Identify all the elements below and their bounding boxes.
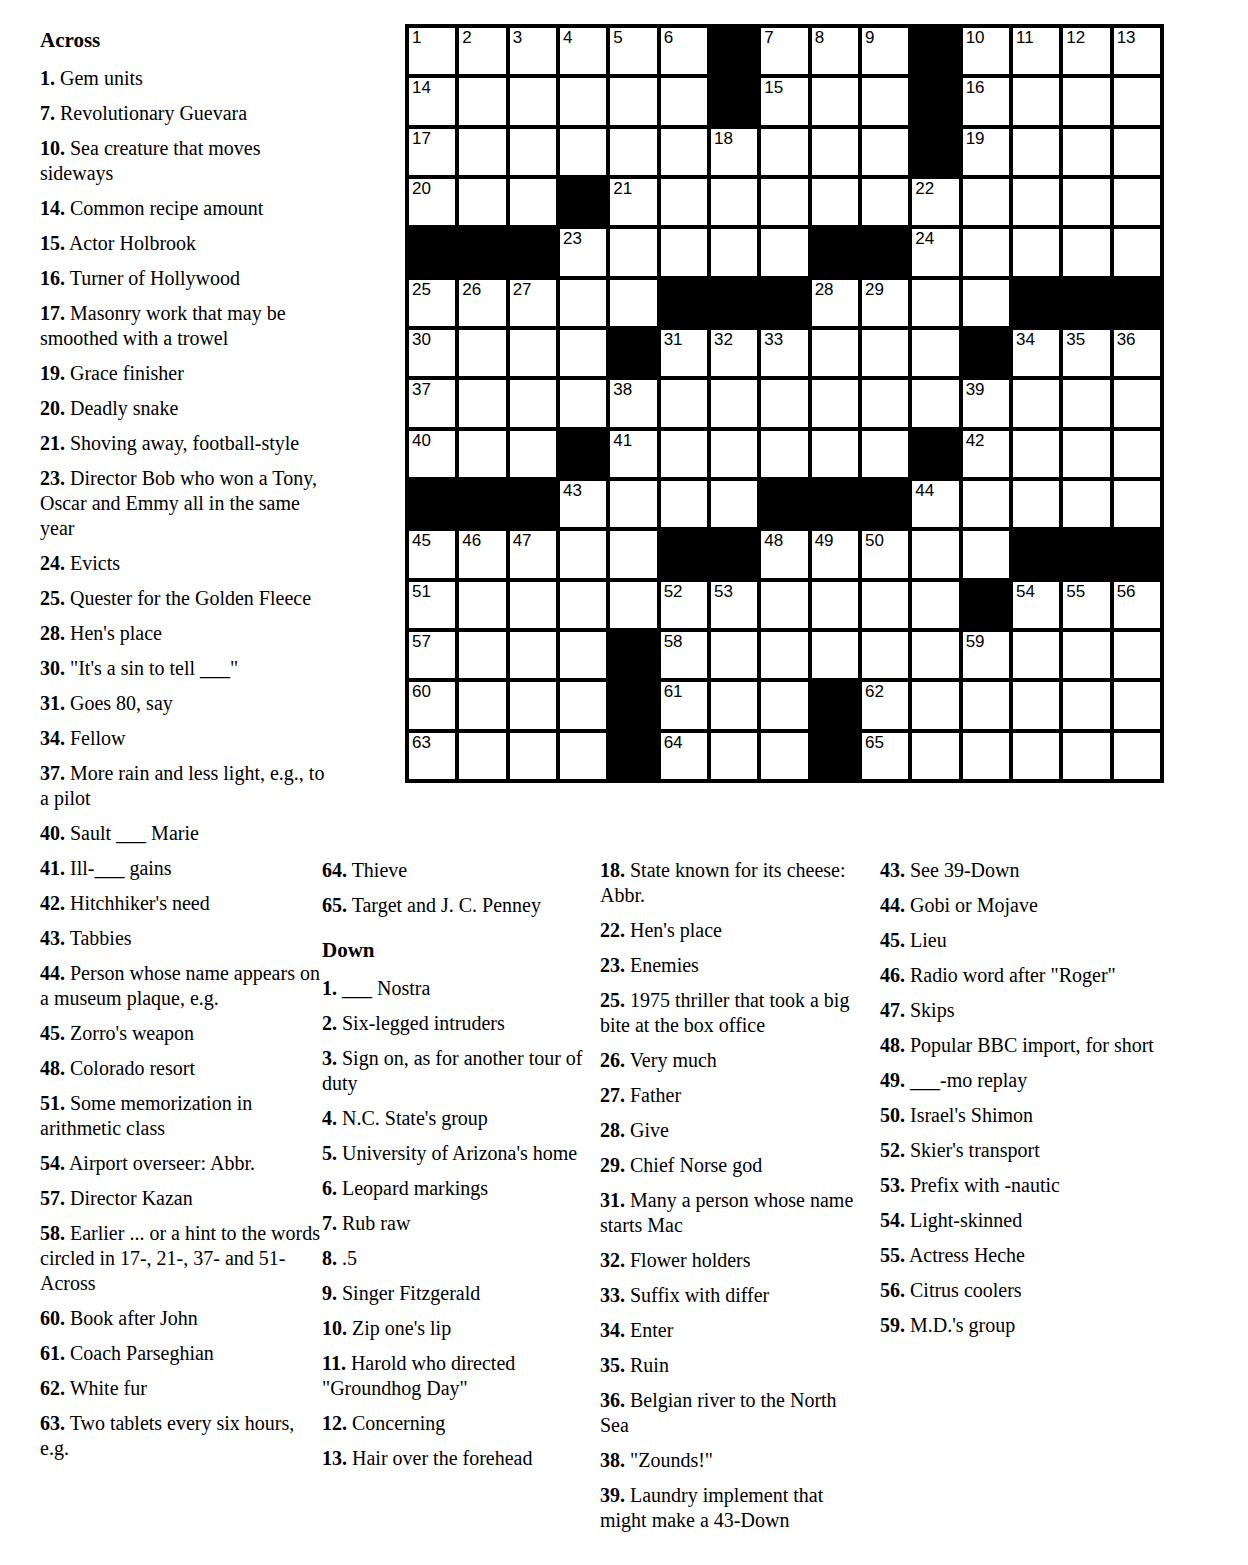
clue-down-45: 45. Lieu	[880, 928, 1154, 953]
grid-cell[interactable]	[610, 531, 656, 577]
grid-cell[interactable]	[963, 229, 1009, 275]
grid-cell[interactable]	[1013, 481, 1059, 527]
grid-cell[interactable]	[761, 582, 807, 628]
grid-cell[interactable]: 9	[862, 28, 908, 74]
grid-cell[interactable]	[912, 682, 958, 728]
cell-number: 55	[1066, 582, 1085, 602]
grid-cell[interactable]	[761, 380, 807, 426]
grid-cell[interactable]: 53	[711, 582, 757, 628]
clue-down-43: 43. See 39-Down	[880, 858, 1154, 883]
grid-cell[interactable]: 18	[711, 129, 757, 175]
cell-number: 13	[1117, 28, 1136, 48]
grid-cell[interactable]	[510, 78, 556, 124]
cell-number: 41	[613, 431, 632, 451]
cell-number: 37	[412, 380, 431, 400]
grid-cell[interactable]: 17	[409, 129, 455, 175]
grid-cell[interactable]	[1114, 733, 1160, 779]
clue-across-40: 40. Sault ___ Marie	[40, 821, 328, 846]
grid-cell[interactable]	[1013, 632, 1059, 678]
cell-number: 21	[613, 179, 632, 199]
grid-cell[interactable]	[1114, 380, 1160, 426]
grid-cell[interactable]: 49	[812, 531, 858, 577]
grid-cell[interactable]	[1063, 78, 1109, 124]
cell-number: 59	[966, 632, 985, 652]
cell-number: 64	[664, 733, 683, 753]
grid-cell[interactable]: 64	[661, 733, 707, 779]
grid-cell[interactable]	[963, 179, 1009, 225]
grid-cell[interactable]	[1013, 78, 1059, 124]
grid-cell[interactable]	[1114, 129, 1160, 175]
grid-cell[interactable]	[661, 481, 707, 527]
grid-cell[interactable]: 55	[1063, 582, 1109, 628]
grid-cell[interactable]: 16	[963, 78, 1009, 124]
clue-down-28: 28. Give	[600, 1118, 870, 1143]
grid-cell[interactable]	[661, 129, 707, 175]
grid-cell[interactable]	[1114, 179, 1160, 225]
grid-cell[interactable]: 21	[610, 179, 656, 225]
grid-cell[interactable]: 43	[560, 481, 606, 527]
grid-cell[interactable]: 4	[560, 28, 606, 74]
grid-cell[interactable]	[912, 531, 958, 577]
grid-cell[interactable]	[812, 582, 858, 628]
clue-across-28: 28. Hen's place	[40, 621, 328, 646]
grid-cell[interactable]	[610, 129, 656, 175]
grid-cell[interactable]: 1	[409, 28, 455, 74]
cell-number: 32	[714, 330, 733, 350]
black-cell	[711, 280, 757, 326]
grid-cell[interactable]: 45	[409, 531, 455, 577]
black-cell	[610, 733, 656, 779]
grid-cell[interactable]: 35	[1063, 330, 1109, 376]
grid-cell[interactable]	[963, 280, 1009, 326]
grid-cell[interactable]: 12	[1063, 28, 1109, 74]
black-cell	[1013, 280, 1059, 326]
grid-cell[interactable]: 2	[459, 28, 505, 74]
grid-cell[interactable]: 40	[409, 431, 455, 477]
grid-cell[interactable]	[510, 632, 556, 678]
grid-cell[interactable]: 62	[862, 682, 908, 728]
grid-cell[interactable]	[1114, 682, 1160, 728]
grid-cell[interactable]	[661, 431, 707, 477]
grid-cell[interactable]	[1114, 481, 1160, 527]
grid-cell[interactable]	[661, 179, 707, 225]
clue-down-54: 54. Light-skinned	[880, 1208, 1154, 1233]
cell-number: 49	[815, 531, 834, 551]
grid-cell[interactable]	[812, 330, 858, 376]
grid-cell[interactable]	[459, 129, 505, 175]
grid-cell[interactable]	[510, 129, 556, 175]
grid-cell[interactable]: 52	[661, 582, 707, 628]
cell-number: 18	[714, 129, 733, 149]
grid-cell[interactable]	[1063, 179, 1109, 225]
clue-down-7: 7. Rub raw	[322, 1211, 590, 1236]
grid-cell[interactable]	[1114, 431, 1160, 477]
clue-across-14: 14. Common recipe amount	[40, 196, 328, 221]
clue-across-41: 41. Ill-___ gains	[40, 856, 328, 881]
grid-cell[interactable]: 11	[1013, 28, 1059, 74]
cell-number: 12	[1066, 28, 1085, 48]
grid-cell[interactable]	[560, 78, 606, 124]
cell-number: 16	[966, 78, 985, 98]
cell-number: 26	[462, 280, 481, 300]
cell-number: 36	[1117, 330, 1136, 350]
cell-number: 52	[664, 582, 683, 602]
grid-cell[interactable]	[510, 380, 556, 426]
clue-across-34: 34. Fellow	[40, 726, 328, 751]
cell-number: 8	[815, 28, 824, 48]
grid-cell[interactable]	[711, 682, 757, 728]
grid-cell[interactable]	[912, 330, 958, 376]
grid-cell[interactable]	[812, 78, 858, 124]
cell-number: 29	[865, 280, 884, 300]
clue-down-2: 2. Six-legged intruders	[322, 1011, 590, 1036]
cell-number: 53	[714, 582, 733, 602]
grid-cell[interactable]: 58	[661, 632, 707, 678]
grid-cell[interactable]: 5	[610, 28, 656, 74]
clue-down-23: 23. Enemies	[600, 953, 870, 978]
grid-cell[interactable]	[1013, 431, 1059, 477]
grid-cell[interactable]: 60	[409, 682, 455, 728]
clue-down-44: 44. Gobi or Mojave	[880, 893, 1154, 918]
black-cell	[661, 531, 707, 577]
grid-cell[interactable]: 51	[409, 582, 455, 628]
grid-cell[interactable]: 29	[862, 280, 908, 326]
grid-cell[interactable]	[459, 582, 505, 628]
clue-across-44: 44. Person whose name appears on a museu…	[40, 961, 328, 1011]
clue-across-62: 62. White fur	[40, 1376, 328, 1401]
grid-cell[interactable]: 31	[661, 330, 707, 376]
cell-number: 23	[563, 229, 582, 249]
grid-cell[interactable]	[1063, 229, 1109, 275]
grid-cell[interactable]	[459, 179, 505, 225]
grid-cell[interactable]	[862, 431, 908, 477]
grid-cell[interactable]	[963, 531, 1009, 577]
clue-across-64: 64. Thieve	[322, 858, 590, 883]
cell-number: 42	[966, 431, 985, 451]
clue-down-10: 10. Zip one's lip	[322, 1316, 590, 1341]
grid-cell[interactable]: 61	[661, 682, 707, 728]
grid-cell[interactable]	[1063, 380, 1109, 426]
grid-cell[interactable]: 20	[409, 179, 455, 225]
grid-cell[interactable]: 28	[812, 280, 858, 326]
grid-cell[interactable]	[1114, 78, 1160, 124]
grid-cell[interactable]: 41	[610, 431, 656, 477]
grid-cell[interactable]	[510, 682, 556, 728]
grid-cell[interactable]	[510, 431, 556, 477]
grid-cell[interactable]: 44	[912, 481, 958, 527]
grid-cell[interactable]: 33	[761, 330, 807, 376]
grid-cell[interactable]: 30	[409, 330, 455, 376]
grid-cell[interactable]: 32	[711, 330, 757, 376]
grid-cell[interactable]	[761, 733, 807, 779]
grid-cell[interactable]	[459, 682, 505, 728]
grid-cell[interactable]	[1013, 179, 1059, 225]
clue-down-55: 55. Actress Heche	[880, 1243, 1154, 1268]
grid-cell[interactable]	[711, 481, 757, 527]
grid-cell[interactable]: 15	[761, 78, 807, 124]
grid-cell[interactable]	[459, 78, 505, 124]
clue-down-4: 4. N.C. State's group	[322, 1106, 590, 1131]
cell-number: 31	[664, 330, 683, 350]
cell-number: 63	[412, 733, 431, 753]
clue-across-42: 42. Hitchhiker's need	[40, 891, 328, 916]
grid-cell[interactable]	[912, 582, 958, 628]
grid-cell[interactable]: 63	[409, 733, 455, 779]
cell-number: 43	[563, 481, 582, 501]
clue-across-25: 25. Quester for the Golden Fleece	[40, 586, 328, 611]
grid-cell[interactable]	[1114, 229, 1160, 275]
grid-cell[interactable]	[610, 280, 656, 326]
grid-cell[interactable]	[1063, 632, 1109, 678]
clue-down-6: 6. Leopard markings	[322, 1176, 590, 1201]
grid-cell[interactable]	[711, 733, 757, 779]
clue-down-52: 52. Skier's transport	[880, 1138, 1154, 1163]
grid-cell[interactable]	[560, 380, 606, 426]
black-cell	[1063, 280, 1109, 326]
grid-cell[interactable]	[862, 632, 908, 678]
grid-cell[interactable]	[812, 632, 858, 678]
clue-down-11: 11. Harold who directed "Groundhog Day"	[322, 1351, 590, 1401]
cell-number: 6	[664, 28, 673, 48]
grid-cell[interactable]	[1063, 129, 1109, 175]
black-cell	[761, 280, 807, 326]
clue-down-1: 1. ___ Nostra	[322, 976, 590, 1001]
grid-cell[interactable]	[862, 582, 908, 628]
grid-cell[interactable]	[862, 129, 908, 175]
clue-across-1: 1. Gem units	[40, 66, 328, 91]
clue-across-23: 23. Director Bob who won a Tony, Oscar a…	[40, 466, 328, 541]
cell-number: 2	[462, 28, 471, 48]
clue-across-19: 19. Grace finisher	[40, 361, 328, 386]
grid-cell[interactable]: 36	[1114, 330, 1160, 376]
grid-cell[interactable]	[812, 179, 858, 225]
grid-cell[interactable]	[510, 330, 556, 376]
cell-number: 38	[613, 380, 632, 400]
clue-down-9: 9. Singer Fitzgerald	[322, 1281, 590, 1306]
grid-cell[interactable]: 22	[912, 179, 958, 225]
grid-cell[interactable]	[761, 129, 807, 175]
grid-cell[interactable]: 23	[560, 229, 606, 275]
grid-cell[interactable]	[459, 330, 505, 376]
grid-cell[interactable]: 47	[510, 531, 556, 577]
cell-number: 3	[513, 28, 522, 48]
black-cell	[560, 431, 606, 477]
grid-cell[interactable]	[510, 582, 556, 628]
grid-cell[interactable]: 59	[963, 632, 1009, 678]
grid-cell[interactable]	[610, 78, 656, 124]
black-cell	[409, 229, 455, 275]
cell-number: 10	[966, 28, 985, 48]
grid-cell[interactable]: 7	[761, 28, 807, 74]
crossword-page: Across 1. Gem units7. Revolutionary Guev…	[0, 0, 1248, 1565]
grid-cell[interactable]	[761, 682, 807, 728]
grid-cell[interactable]	[912, 280, 958, 326]
grid-cell[interactable]	[963, 481, 1009, 527]
clue-down-38: 38. "Zounds!"	[600, 1448, 870, 1473]
clue-down-49: 49. ___-mo replay	[880, 1068, 1154, 1093]
clue-down-25: 25. 1975 thriller that took a big bite a…	[600, 988, 870, 1038]
grid-cell[interactable]	[711, 431, 757, 477]
grid-cell[interactable]	[963, 733, 1009, 779]
grid-cell[interactable]: 26	[459, 280, 505, 326]
grid-cell[interactable]: 39	[963, 380, 1009, 426]
black-cell	[1114, 280, 1160, 326]
black-cell	[610, 632, 656, 678]
black-cell	[459, 481, 505, 527]
clue-across-54: 54. Airport overseer: Abbr.	[40, 1151, 328, 1176]
grid-cell[interactable]	[711, 179, 757, 225]
grid-cell[interactable]	[1063, 481, 1109, 527]
clue-across-60: 60. Book after John	[40, 1306, 328, 1331]
grid-cell[interactable]	[862, 380, 908, 426]
clues-column-3: 18. State known for its cheese: Abbr.22.…	[600, 858, 870, 1543]
grid-cell[interactable]	[661, 229, 707, 275]
cell-number: 48	[764, 531, 783, 551]
down-header: Down	[322, 938, 590, 963]
grid-cell[interactable]	[1013, 229, 1059, 275]
grid-cell[interactable]: 19	[963, 129, 1009, 175]
grid-cell[interactable]	[1063, 682, 1109, 728]
grid-cell[interactable]: 57	[409, 632, 455, 678]
clue-down-3: 3. Sign on, as for another tour of duty	[322, 1046, 590, 1096]
cell-number: 5	[613, 28, 622, 48]
grid-cell[interactable]	[560, 129, 606, 175]
grid-cell[interactable]	[459, 431, 505, 477]
grid-cell[interactable]	[711, 380, 757, 426]
grid-cell[interactable]	[862, 330, 908, 376]
clue-down-50: 50. Israel's Shimon	[880, 1103, 1154, 1128]
clue-down-56: 56. Citrus coolers	[880, 1278, 1154, 1303]
grid-cell[interactable]: 8	[812, 28, 858, 74]
black-cell	[711, 28, 757, 74]
black-cell	[661, 280, 707, 326]
black-cell	[610, 330, 656, 376]
grid-cell[interactable]	[1013, 733, 1059, 779]
grid-cell[interactable]	[560, 582, 606, 628]
grid-cell[interactable]	[510, 179, 556, 225]
grid-cell[interactable]	[761, 431, 807, 477]
cell-number: 25	[412, 280, 431, 300]
grid-cell[interactable]	[711, 229, 757, 275]
grid-cell[interactable]	[560, 531, 606, 577]
grid-cell[interactable]: 42	[963, 431, 1009, 477]
grid-cell[interactable]	[610, 481, 656, 527]
grid-cell[interactable]	[912, 380, 958, 426]
across-clues-list-tail: 64. Thieve65. Target and J. C. Penney	[322, 858, 590, 918]
grid-cell[interactable]	[812, 431, 858, 477]
clue-down-46: 46. Radio word after "Roger"	[880, 963, 1154, 988]
grid-cell[interactable]	[459, 733, 505, 779]
grid-cell[interactable]: 46	[459, 531, 505, 577]
grid-cell[interactable]: 65	[862, 733, 908, 779]
grid-cell[interactable]	[912, 733, 958, 779]
cell-number: 62	[865, 682, 884, 702]
clue-across-10: 10. Sea creature that moves sideways	[40, 136, 328, 186]
grid-cell[interactable]: 6	[661, 28, 707, 74]
grid-cell[interactable]	[610, 582, 656, 628]
grid-cell[interactable]: 3	[510, 28, 556, 74]
black-cell	[812, 682, 858, 728]
grid-cell[interactable]	[912, 632, 958, 678]
cell-number: 58	[664, 632, 683, 652]
cell-number: 22	[915, 179, 934, 199]
cell-number: 33	[764, 330, 783, 350]
grid-cell[interactable]: 13	[1114, 28, 1160, 74]
clue-across-16: 16. Turner of Hollywood	[40, 266, 328, 291]
grid-cell[interactable]	[1063, 431, 1109, 477]
grid-cell[interactable]	[812, 380, 858, 426]
clue-across-30: 30. "It's a sin to tell ___"	[40, 656, 328, 681]
cell-number: 40	[412, 431, 431, 451]
cell-number: 9	[865, 28, 874, 48]
grid-cell[interactable]: 34	[1013, 330, 1059, 376]
grid-cell[interactable]	[711, 632, 757, 678]
grid-cell[interactable]	[560, 280, 606, 326]
black-cell	[510, 481, 556, 527]
clue-down-53: 53. Prefix with -nautic	[880, 1173, 1154, 1198]
grid-cell[interactable]: 56	[1114, 582, 1160, 628]
cell-number: 65	[865, 733, 884, 753]
grid-cell[interactable]	[761, 179, 807, 225]
clue-across-63: 63. Two tablets every six hours, e.g.	[40, 1411, 328, 1461]
grid-cell[interactable]	[560, 330, 606, 376]
grid-cell[interactable]	[812, 129, 858, 175]
grid-cell[interactable]	[761, 632, 807, 678]
clue-across-57: 57. Director Kazan	[40, 1186, 328, 1211]
grid-cell[interactable]	[459, 380, 505, 426]
grid-cell[interactable]: 10	[963, 28, 1009, 74]
cell-number: 51	[412, 582, 431, 602]
grid-cell[interactable]	[560, 682, 606, 728]
grid-cell[interactable]	[1013, 129, 1059, 175]
grid-cell[interactable]	[1013, 380, 1059, 426]
cell-number: 46	[462, 531, 481, 551]
grid-cell[interactable]	[761, 229, 807, 275]
grid-cell[interactable]: 37	[409, 380, 455, 426]
grid-cell[interactable]	[862, 78, 908, 124]
grid-cell[interactable]	[661, 380, 707, 426]
clue-across-43: 43. Tabbies	[40, 926, 328, 951]
grid-cell[interactable]	[1013, 682, 1059, 728]
black-cell	[812, 229, 858, 275]
cell-number: 24	[915, 229, 934, 249]
grid-cell[interactable]: 27	[510, 280, 556, 326]
grid-cell[interactable]	[510, 733, 556, 779]
grid-cell[interactable]	[862, 179, 908, 225]
grid-cell[interactable]: 14	[409, 78, 455, 124]
grid-cell[interactable]	[661, 78, 707, 124]
grid-cell[interactable]: 24	[912, 229, 958, 275]
grid-cell[interactable]	[459, 632, 505, 678]
cell-number: 45	[412, 531, 431, 551]
grid-cell[interactable]: 50	[862, 531, 908, 577]
grid-cell[interactable]	[560, 733, 606, 779]
black-cell	[560, 179, 606, 225]
clue-down-34: 34. Enter	[600, 1318, 870, 1343]
grid-cell[interactable]: 48	[761, 531, 807, 577]
cell-number: 4	[563, 28, 572, 48]
cell-number: 15	[764, 78, 783, 98]
grid-cell[interactable]	[963, 682, 1009, 728]
clue-down-13: 13. Hair over the forehead	[322, 1446, 590, 1471]
grid-cell[interactable]: 25	[409, 280, 455, 326]
grid-cell[interactable]	[610, 229, 656, 275]
grid-cell[interactable]: 38	[610, 380, 656, 426]
grid-cell[interactable]	[560, 632, 606, 678]
grid-cell[interactable]	[1114, 632, 1160, 678]
grid-cell[interactable]	[1063, 733, 1109, 779]
grid-cell[interactable]: 54	[1013, 582, 1059, 628]
